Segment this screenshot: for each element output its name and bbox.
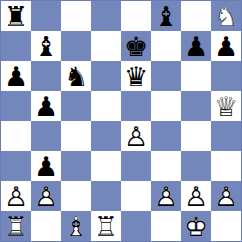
square-a6[interactable]: ♟ [1, 61, 31, 91]
white-piece-outline-layer: ♙ [1, 181, 31, 211]
white-piece-fill-layer: ♟ [121, 121, 151, 151]
white-piece-outline-layer: ♕ [211, 91, 241, 121]
square-e6[interactable]: ♛ [121, 61, 151, 91]
square-c2[interactable] [61, 181, 91, 211]
square-a3[interactable] [1, 151, 31, 181]
piece-white-pawn-icon: ♟♙ [151, 181, 181, 211]
piece-white-pawn-icon: ♟♙ [121, 121, 151, 151]
square-h5[interactable]: ♛♕ [211, 91, 241, 121]
black-piece-layer: ♟ [1, 61, 31, 91]
piece-white-pawn-icon: ♟♙ [1, 181, 31, 211]
square-e5[interactable] [121, 91, 151, 121]
white-piece-fill-layer: ♟ [211, 181, 241, 211]
white-piece-fill-layer: ♟ [31, 181, 61, 211]
white-piece-outline-layer: ♖ [91, 211, 121, 241]
square-g5[interactable] [181, 91, 211, 121]
square-c8[interactable] [61, 1, 91, 31]
black-piece-layer: ♚ [121, 31, 151, 61]
square-f5[interactable] [151, 91, 181, 121]
piece-black-queen-icon: ♛ [121, 61, 151, 91]
square-d3[interactable] [91, 151, 121, 181]
square-a7[interactable] [1, 31, 31, 61]
square-a4[interactable] [1, 121, 31, 151]
piece-white-pawn-icon: ♟♙ [31, 181, 61, 211]
piece-black-pawn-icon: ♟ [181, 31, 211, 61]
black-piece-layer: ♟ [211, 31, 241, 61]
black-piece-layer: ♟ [181, 31, 211, 61]
square-c7[interactable] [61, 31, 91, 61]
white-piece-fill-layer: ♛ [211, 91, 241, 121]
piece-black-pawn-icon: ♟ [31, 151, 61, 181]
piece-black-pawn-icon: ♟ [31, 91, 61, 121]
square-h3[interactable] [211, 151, 241, 181]
square-e3[interactable] [121, 151, 151, 181]
black-piece-layer: ♜ [1, 1, 31, 31]
black-piece-layer: ♝ [151, 1, 181, 31]
white-piece-outline-layer: ♘ [211, 1, 241, 31]
square-b3[interactable]: ♟ [31, 151, 61, 181]
square-d8[interactable] [91, 1, 121, 31]
square-g8[interactable] [181, 1, 211, 31]
square-f6[interactable] [151, 61, 181, 91]
square-b6[interactable] [31, 61, 61, 91]
white-piece-outline-layer: ♙ [151, 181, 181, 211]
square-b7[interactable]: ♝ [31, 31, 61, 61]
square-b5[interactable]: ♟ [31, 91, 61, 121]
square-b4[interactable] [31, 121, 61, 151]
square-f8[interactable]: ♝ [151, 1, 181, 31]
white-piece-fill-layer: ♜ [1, 211, 31, 241]
black-piece-layer: ♞ [61, 61, 91, 91]
chess-board: ♜♝♞♘♝♚♟♟♟♞♛♟♛♕♟♙♟♟♙♟♙♟♙♟♙♟♙♜♖♝♗♜♖♚♔ [0, 0, 242, 242]
square-d7[interactable] [91, 31, 121, 61]
piece-white-queen-icon: ♛♕ [211, 91, 241, 121]
chess-board-wrap: ♜♝♞♘♝♚♟♟♟♞♛♟♛♕♟♙♟♟♙♟♙♟♙♟♙♟♙♜♖♝♗♜♖♚♔ [0, 0, 242, 242]
square-g4[interactable] [181, 121, 211, 151]
square-e8[interactable] [121, 1, 151, 31]
square-d2[interactable] [91, 181, 121, 211]
square-f1[interactable] [151, 211, 181, 241]
square-b8[interactable] [31, 1, 61, 31]
square-f4[interactable] [151, 121, 181, 151]
square-g2[interactable]: ♟♙ [181, 181, 211, 211]
square-c3[interactable] [61, 151, 91, 181]
square-c1[interactable]: ♝♗ [61, 211, 91, 241]
square-d4[interactable] [91, 121, 121, 151]
square-a1[interactable]: ♜♖ [1, 211, 31, 241]
square-b1[interactable] [31, 211, 61, 241]
square-c6[interactable]: ♞ [61, 61, 91, 91]
square-h6[interactable] [211, 61, 241, 91]
square-f3[interactable] [151, 151, 181, 181]
white-piece-outline-layer: ♙ [31, 181, 61, 211]
square-a8[interactable]: ♜ [1, 1, 31, 31]
black-piece-layer: ♛ [121, 61, 151, 91]
square-c4[interactable] [61, 121, 91, 151]
square-e7[interactable]: ♚ [121, 31, 151, 61]
piece-white-rook-icon: ♜♖ [91, 211, 121, 241]
square-d1[interactable]: ♜♖ [91, 211, 121, 241]
piece-black-pawn-icon: ♟ [1, 61, 31, 91]
piece-black-pawn-icon: ♟ [211, 31, 241, 61]
square-g3[interactable] [181, 151, 211, 181]
white-piece-fill-layer: ♟ [1, 181, 31, 211]
white-piece-outline-layer: ♙ [211, 181, 241, 211]
piece-black-knight-icon: ♞ [61, 61, 91, 91]
square-a2[interactable]: ♟♙ [1, 181, 31, 211]
square-f7[interactable] [151, 31, 181, 61]
piece-white-pawn-icon: ♟♙ [181, 181, 211, 211]
white-piece-outline-layer: ♙ [181, 181, 211, 211]
black-piece-layer: ♝ [31, 31, 61, 61]
white-piece-fill-layer: ♜ [91, 211, 121, 241]
piece-black-bishop-icon: ♝ [31, 31, 61, 61]
square-g6[interactable] [181, 61, 211, 91]
white-piece-fill-layer: ♟ [151, 181, 181, 211]
piece-white-bishop-icon: ♝♗ [61, 211, 91, 241]
square-h4[interactable] [211, 121, 241, 151]
black-piece-layer: ♟ [31, 91, 61, 121]
square-e1[interactable] [121, 211, 151, 241]
white-piece-outline-layer: ♔ [181, 211, 211, 241]
white-piece-outline-layer: ♙ [121, 121, 151, 151]
piece-black-rook-icon: ♜ [1, 1, 31, 31]
square-h1[interactable] [211, 211, 241, 241]
square-b2[interactable]: ♟♙ [31, 181, 61, 211]
square-d6[interactable] [91, 61, 121, 91]
square-a5[interactable] [1, 91, 31, 121]
piece-white-knight-icon: ♞♘ [211, 1, 241, 31]
square-c5[interactable] [61, 91, 91, 121]
piece-black-king-icon: ♚ [121, 31, 151, 61]
square-h2[interactable]: ♟♙ [211, 181, 241, 211]
square-g1[interactable]: ♚♔ [181, 211, 211, 241]
piece-white-pawn-icon: ♟♙ [211, 181, 241, 211]
piece-white-king-icon: ♚♔ [181, 211, 211, 241]
square-e4[interactable]: ♟♙ [121, 121, 151, 151]
square-d5[interactable] [91, 91, 121, 121]
white-piece-fill-layer: ♟ [181, 181, 211, 211]
black-piece-layer: ♟ [31, 151, 61, 181]
square-f2[interactable]: ♟♙ [151, 181, 181, 211]
white-piece-fill-layer: ♝ [61, 211, 91, 241]
square-h7[interactable]: ♟ [211, 31, 241, 61]
square-e2[interactable] [121, 181, 151, 211]
square-g7[interactable]: ♟ [181, 31, 211, 61]
white-piece-outline-layer: ♗ [61, 211, 91, 241]
piece-black-bishop-icon: ♝ [151, 1, 181, 31]
white-piece-fill-layer: ♞ [211, 1, 241, 31]
white-piece-outline-layer: ♖ [1, 211, 31, 241]
square-h8[interactable]: ♞♘ [211, 1, 241, 31]
piece-white-rook-icon: ♜♖ [1, 211, 31, 241]
white-piece-fill-layer: ♚ [181, 211, 211, 241]
